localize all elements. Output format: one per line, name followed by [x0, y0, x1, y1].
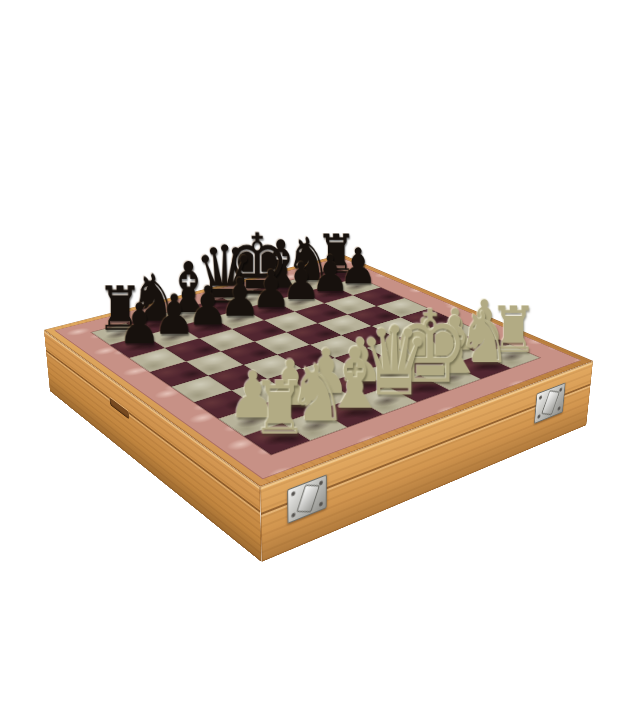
chess-box: ♜♞♝♛♚♝♞♜♟♟♟♟♟♟♟♟♟♟♟♟♟♟♟♟♜♞♝♛♚♝♞♜ — [44, 254, 593, 486]
scene: ♜♞♝♛♚♝♞♜♟♟♟♟♟♟♟♟♟♟♟♟♟♟♟♟♜♞♝♛♚♝♞♜ — [0, 0, 620, 726]
piece-white-rook: ♜ — [247, 379, 312, 440]
handle-notch — [109, 397, 129, 419]
piece-black-pawn: ♟ — [112, 301, 167, 347]
square-a7: ♟ — [110, 335, 165, 358]
latch-icon — [287, 474, 327, 524]
square-a1: ♜ — [244, 423, 310, 455]
product-photo-stage: ♜♞♝♛♚♝♞♜♟♟♟♟♟♟♟♟♟♟♟♟♟♟♟♟♜♞♝♛♚♝♞♜ — [0, 0, 620, 726]
latch-icon — [534, 382, 566, 424]
